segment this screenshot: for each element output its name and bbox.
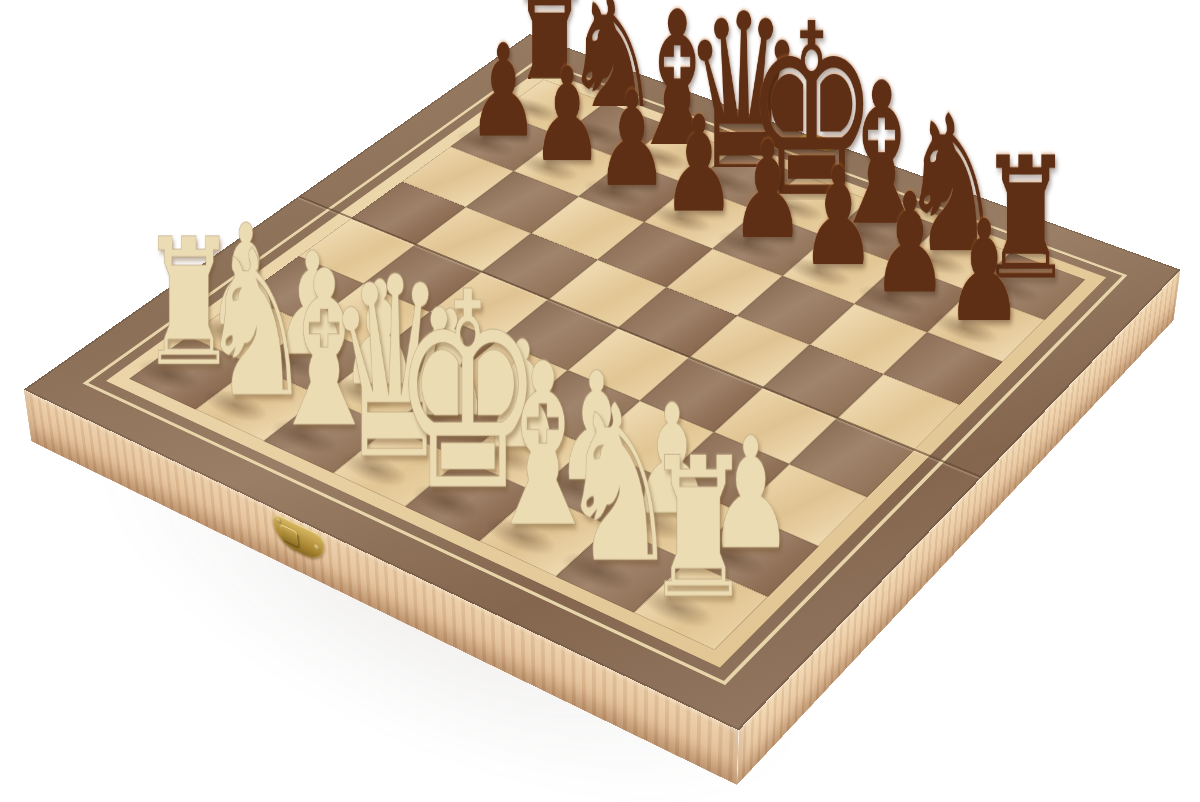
clasp-knob-icon	[281, 524, 299, 547]
black-pawn-icon: ♟	[872, 175, 949, 313]
black-pawn-icon: ♟	[531, 51, 603, 181]
clasp-screw-icon	[314, 543, 320, 552]
product-photo-stage: ♜♞♝♛♚♝♞♜♟♟♟♟♟♟♟♟♟♟♟♟♟♟♟♟♜♞♝♛♚♝♞♜	[0, 0, 1200, 802]
white-rook-icon: ♜	[644, 433, 752, 627]
clasp-screw-icon	[276, 516, 282, 525]
black-pawn-icon: ♟	[945, 202, 1023, 342]
black-pawn-icon: ♟	[662, 99, 736, 232]
black-pawn-icon: ♟	[730, 123, 805, 258]
black-pawn-icon: ♟	[596, 74, 669, 205]
black-pawn-icon: ♟	[800, 149, 876, 285]
black-pawn-icon: ♟	[468, 28, 539, 156]
